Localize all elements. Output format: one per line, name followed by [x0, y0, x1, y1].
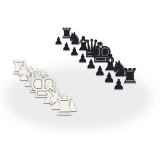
piece-black-rook-a8: ♜ [60, 26, 73, 40]
piece-black-pawn-c7: ♟ [69, 47, 79, 58]
piece-white-knight-g1: ♞ [45, 87, 69, 113]
piece-white-rook-h1: ♜ [53, 95, 75, 120]
piece-white-knight-b1: ♞ [15, 62, 35, 84]
piece-white-pawn-d2: ♟ [38, 75, 50, 89]
piece-black-pawn-a7: ♟ [54, 36, 63, 46]
piece-white-pawn-c2: ♟ [31, 70, 43, 83]
piece-black-pawn-e7: ♟ [86, 58, 97, 70]
piece-black-bishop-f8: ♝ [100, 51, 120, 73]
piece-white-bishop-c1: ♝ [19, 65, 41, 90]
piece-black-knight-g8: ♞ [110, 58, 129, 80]
piece-white-bishop-f1: ♝ [38, 80, 63, 108]
piece-black-rook-h8: ♜ [121, 66, 139, 86]
piece-black-pawn-b7: ♟ [62, 41, 71, 51]
piece-black-queen-d8: ♛ [81, 35, 103, 60]
piece-black-king-e8: ♚ [88, 40, 113, 68]
piece-white-pawn-e2: ♟ [44, 81, 57, 95]
piece-black-pawn-h7: ♟ [112, 77, 124, 91]
piece-white-queen-d1: ♛ [23, 65, 52, 97]
piece-white-pawn-g2: ♟ [58, 92, 72, 107]
piece-white-pawn-h2: ♟ [65, 98, 79, 114]
pieces-layer: ♜♞♝♛♚♝♞♜♟♟♟♟♟♟♟♟♟♟♟♟♟♟♟♟♜♞♝♛♚♝♞♜ [0, 0, 160, 160]
product-photo: ♜♞♝♛♚♝♞♜♟♟♟♟♟♟♟♟♟♟♟♟♟♟♟♟♜♞♝♛♚♝♞♜ [0, 0, 160, 160]
piece-white-king-e1: ♚ [28, 68, 59, 103]
piece-white-pawn-b2: ♟ [25, 65, 36, 78]
piece-white-rook-a1: ♜ [10, 59, 27, 78]
piece-black-pawn-f7: ♟ [94, 64, 105, 77]
piece-black-pawn-g7: ♟ [103, 71, 115, 84]
piece-black-bishop-c8: ♝ [75, 34, 92, 53]
piece-black-knight-b8: ♞ [67, 30, 82, 47]
piece-white-pawn-f2: ♟ [51, 87, 64, 102]
piece-white-pawn-a2: ♟ [19, 60, 30, 72]
piece-black-pawn-d7: ♟ [77, 52, 87, 63]
